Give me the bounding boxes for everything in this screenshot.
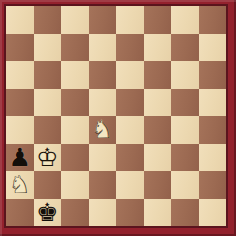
square-g5[interactable] — [171, 89, 199, 117]
square-a7[interactable] — [6, 34, 34, 62]
square-c7[interactable] — [61, 34, 89, 62]
square-c5[interactable] — [61, 89, 89, 117]
square-h5[interactable] — [199, 89, 227, 117]
black-king-glyph: ♚ — [34, 199, 62, 227]
square-a8[interactable] — [6, 6, 34, 34]
square-h7[interactable] — [199, 34, 227, 62]
square-a1[interactable] — [6, 199, 34, 227]
square-d8[interactable] — [89, 6, 117, 34]
square-b7[interactable] — [34, 34, 62, 62]
square-b3[interactable]: ♚♔ — [34, 144, 62, 172]
square-b4[interactable] — [34, 116, 62, 144]
square-b1[interactable]: ♚ — [34, 199, 62, 227]
chess-board-frame: ♞♘♟♚♔♞♘♚ — [0, 0, 236, 236]
square-h8[interactable] — [199, 6, 227, 34]
square-c3[interactable] — [61, 144, 89, 172]
square-e1[interactable] — [116, 199, 144, 227]
square-b2[interactable] — [34, 171, 62, 199]
square-g6[interactable] — [171, 61, 199, 89]
square-c1[interactable] — [61, 199, 89, 227]
square-g2[interactable] — [171, 171, 199, 199]
square-d7[interactable] — [89, 34, 117, 62]
square-b6[interactable] — [34, 61, 62, 89]
square-a4[interactable] — [6, 116, 34, 144]
square-a3[interactable]: ♟ — [6, 144, 34, 172]
square-a2[interactable]: ♞♘ — [6, 171, 34, 199]
square-h1[interactable] — [199, 199, 227, 227]
chess-board: ♞♘♟♚♔♞♘♚ — [4, 4, 228, 228]
white-knight[interactable]: ♞♘ — [89, 116, 117, 144]
square-b5[interactable] — [34, 89, 62, 117]
square-f4[interactable] — [144, 116, 172, 144]
square-e3[interactable] — [116, 144, 144, 172]
square-f1[interactable] — [144, 199, 172, 227]
square-d5[interactable] — [89, 89, 117, 117]
square-d3[interactable] — [89, 144, 117, 172]
square-e8[interactable] — [116, 6, 144, 34]
square-g1[interactable] — [171, 199, 199, 227]
black-pawn-glyph: ♟ — [6, 144, 34, 172]
square-b8[interactable] — [34, 6, 62, 34]
square-g4[interactable] — [171, 116, 199, 144]
square-d6[interactable] — [89, 61, 117, 89]
square-f6[interactable] — [144, 61, 172, 89]
square-a5[interactable] — [6, 89, 34, 117]
square-d4[interactable]: ♞♘ — [89, 116, 117, 144]
square-c2[interactable] — [61, 171, 89, 199]
square-a6[interactable] — [6, 61, 34, 89]
square-d1[interactable] — [89, 199, 117, 227]
white-knight[interactable]: ♞♘ — [6, 171, 34, 199]
black-king[interactable]: ♚ — [34, 199, 62, 227]
square-g8[interactable] — [171, 6, 199, 34]
square-h4[interactable] — [199, 116, 227, 144]
square-f2[interactable] — [144, 171, 172, 199]
square-f7[interactable] — [144, 34, 172, 62]
square-c6[interactable] — [61, 61, 89, 89]
white-king[interactable]: ♚♔ — [34, 144, 62, 172]
black-pawn[interactable]: ♟ — [6, 144, 34, 172]
square-h3[interactable] — [199, 144, 227, 172]
square-f8[interactable] — [144, 6, 172, 34]
white-king-outline: ♔ — [34, 144, 62, 172]
square-e6[interactable] — [116, 61, 144, 89]
square-g3[interactable] — [171, 144, 199, 172]
square-c4[interactable] — [61, 116, 89, 144]
square-d2[interactable] — [89, 171, 117, 199]
white-knight-outline: ♘ — [6, 171, 34, 199]
white-knight-outline: ♘ — [89, 116, 117, 144]
square-e7[interactable] — [116, 34, 144, 62]
square-h6[interactable] — [199, 61, 227, 89]
square-h2[interactable] — [199, 171, 227, 199]
square-c8[interactable] — [61, 6, 89, 34]
square-e4[interactable] — [116, 116, 144, 144]
square-f3[interactable] — [144, 144, 172, 172]
square-f5[interactable] — [144, 89, 172, 117]
square-g7[interactable] — [171, 34, 199, 62]
square-e5[interactable] — [116, 89, 144, 117]
square-e2[interactable] — [116, 171, 144, 199]
